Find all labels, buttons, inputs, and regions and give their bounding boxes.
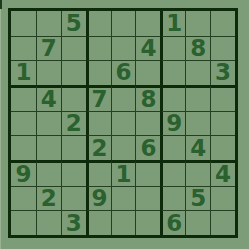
cell-r5c4-empty[interactable] xyxy=(86,111,111,136)
cell-r8c8-given-5[interactable]: 5 xyxy=(185,186,210,211)
cell-r2c3-empty[interactable] xyxy=(61,36,86,61)
cell-r6c4-given-2[interactable]: 2 xyxy=(86,135,111,160)
cell-r4c9-empty[interactable] xyxy=(210,85,235,111)
sudoku-board: 517481634782926491429536 xyxy=(8,8,238,238)
cell-r2c5-empty[interactable] xyxy=(111,36,136,61)
cell-r9c6-empty[interactable] xyxy=(135,210,160,235)
cell-r5c9-empty[interactable] xyxy=(210,111,235,136)
cell-r2c7-empty[interactable] xyxy=(160,36,185,61)
cell-r9c9-empty[interactable] xyxy=(210,210,235,235)
cell-r7c9-given-4[interactable]: 4 xyxy=(210,160,235,186)
cell-r6c8-given-4[interactable]: 4 xyxy=(185,135,210,160)
screen-left-edge-highlight xyxy=(0,0,1,249)
cell-r9c8-empty[interactable] xyxy=(185,210,210,235)
cell-r4c2-given-4[interactable]: 4 xyxy=(36,85,61,111)
cell-r1c9-empty[interactable] xyxy=(210,11,235,36)
cell-r7c3-empty[interactable] xyxy=(61,160,86,186)
cell-r9c3-given-3[interactable]: 3 xyxy=(61,210,86,235)
cell-r3c5-given-6[interactable]: 6 xyxy=(111,60,136,85)
cell-r6c2-empty[interactable] xyxy=(36,135,61,160)
cell-r9c2-empty[interactable] xyxy=(36,210,61,235)
cell-r7c8-empty[interactable] xyxy=(185,160,210,186)
cell-r3c2-empty[interactable] xyxy=(36,60,61,85)
cell-r9c5-empty[interactable] xyxy=(111,210,136,235)
cell-r2c4-empty[interactable] xyxy=(86,36,111,61)
cell-r4c1-empty[interactable] xyxy=(11,85,36,111)
cell-r8c6-empty[interactable] xyxy=(135,186,160,211)
cell-r1c6-empty[interactable] xyxy=(135,11,160,36)
cell-r7c5-given-1[interactable]: 1 xyxy=(111,160,136,186)
cell-r6c6-given-6[interactable]: 6 xyxy=(135,135,160,160)
cell-r8c3-empty[interactable] xyxy=(61,186,86,211)
cell-r6c9-empty[interactable] xyxy=(210,135,235,160)
cell-r8c7-empty[interactable] xyxy=(160,186,185,211)
cell-r5c8-empty[interactable] xyxy=(185,111,210,136)
cell-r9c4-empty[interactable] xyxy=(86,210,111,235)
cell-r5c1-empty[interactable] xyxy=(11,111,36,136)
cell-r2c8-given-8[interactable]: 8 xyxy=(185,36,210,61)
cell-r7c4-empty[interactable] xyxy=(86,160,111,186)
cell-r2c2-given-7[interactable]: 7 xyxy=(36,36,61,61)
cell-r7c6-empty[interactable] xyxy=(135,160,160,186)
cell-r1c2-empty[interactable] xyxy=(36,11,61,36)
cell-r6c3-empty[interactable] xyxy=(61,135,86,160)
cell-r3c4-empty[interactable] xyxy=(86,60,111,85)
cell-r6c7-empty[interactable] xyxy=(160,135,185,160)
cell-r9c1-empty[interactable] xyxy=(11,210,36,235)
cell-r2c6-given-4[interactable]: 4 xyxy=(135,36,160,61)
cell-r5c2-empty[interactable] xyxy=(36,111,61,136)
cell-r2c1-empty[interactable] xyxy=(11,36,36,61)
cell-r3c3-empty[interactable] xyxy=(61,60,86,85)
cell-r3c9-given-3[interactable]: 3 xyxy=(210,60,235,85)
cell-r4c7-empty[interactable] xyxy=(160,85,185,111)
cell-r1c5-empty[interactable] xyxy=(111,11,136,36)
cell-r8c9-empty[interactable] xyxy=(210,186,235,211)
cell-r4c4-given-7[interactable]: 7 xyxy=(86,85,111,111)
cell-r1c8-empty[interactable] xyxy=(185,11,210,36)
cell-r6c5-empty[interactable] xyxy=(111,135,136,160)
cell-r5c6-empty[interactable] xyxy=(135,111,160,136)
cell-r8c5-empty[interactable] xyxy=(111,186,136,211)
cell-r7c7-empty[interactable] xyxy=(160,160,185,186)
cell-r4c5-empty[interactable] xyxy=(111,85,136,111)
cell-r1c4-empty[interactable] xyxy=(86,11,111,36)
cell-r3c6-empty[interactable] xyxy=(135,60,160,85)
cell-r4c6-given-8[interactable]: 8 xyxy=(135,85,160,111)
cell-r8c2-given-2[interactable]: 2 xyxy=(36,186,61,211)
cell-r4c3-empty[interactable] xyxy=(61,85,86,111)
cell-r3c8-empty[interactable] xyxy=(185,60,210,85)
cell-r5c5-empty[interactable] xyxy=(111,111,136,136)
screen-corner-artifact xyxy=(0,0,2,9)
cell-r6c1-empty[interactable] xyxy=(11,135,36,160)
cell-r4c8-empty[interactable] xyxy=(185,85,210,111)
cell-r3c7-empty[interactable] xyxy=(160,60,185,85)
cell-r1c7-given-1[interactable]: 1 xyxy=(160,11,185,36)
cell-r8c1-empty[interactable] xyxy=(11,186,36,211)
cell-r8c4-given-9[interactable]: 9 xyxy=(86,186,111,211)
cell-r2c9-empty[interactable] xyxy=(210,36,235,61)
cell-r1c1-empty[interactable] xyxy=(11,11,36,36)
cell-r3c1-given-1[interactable]: 1 xyxy=(11,60,36,85)
cell-r5c3-given-2[interactable]: 2 xyxy=(61,111,86,136)
cell-r7c2-empty[interactable] xyxy=(36,160,61,186)
cell-r7c1-given-9[interactable]: 9 xyxy=(11,160,36,186)
cell-r9c7-given-6[interactable]: 6 xyxy=(160,210,185,235)
cell-r1c3-given-5[interactable]: 5 xyxy=(61,11,86,36)
cell-r5c7-given-9[interactable]: 9 xyxy=(160,111,185,136)
